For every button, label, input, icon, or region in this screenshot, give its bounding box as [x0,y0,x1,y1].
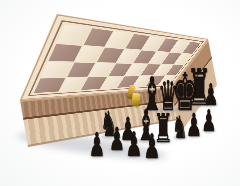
piece-black-pawn[interactable]: ♟ [144,129,161,163]
piece-black-knight[interactable]: ♞ [172,112,187,143]
chess-set-photo: ♝♛♚♜♟♞♟♝♜♞♟♟♟♟♟♟ [0,0,240,186]
piece-black-pawn[interactable]: ♟ [202,106,217,136]
piece-black-pawn[interactable]: ♟ [89,128,105,161]
piece-black-pawn[interactable]: ♟ [126,127,143,161]
piece-black-pawn[interactable]: ♟ [186,109,202,141]
piece-black-pawn[interactable]: ♟ [109,123,125,155]
